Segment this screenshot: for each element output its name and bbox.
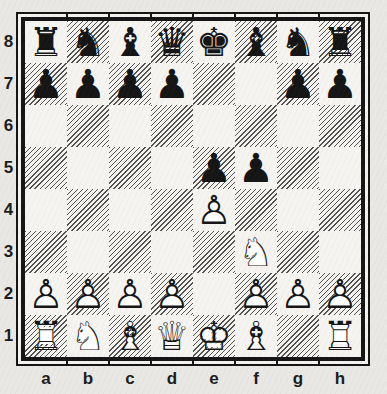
black-rook: ♜ <box>319 21 361 63</box>
page: { "game": "chess", "diagram_style": "sca… <box>0 0 387 394</box>
piece-outline: ♔ <box>196 313 232 359</box>
white-king: ♚♔ <box>193 315 235 357</box>
frame-tick <box>234 361 236 364</box>
frame-tick <box>66 14 68 17</box>
square-h1: ♜♖ <box>319 315 361 357</box>
square-c4 <box>109 189 151 231</box>
square-f5: ♟ <box>235 147 277 189</box>
board-grid: ♜♞♝♛♚♝♞♜♟♟♟♟♟♟♟♟♟♙♞♘♟♙♟♙♟♙♟♙♟♙♟♙♟♙♜♖♞♘♝♗… <box>21 17 365 361</box>
white-knight: ♞♘ <box>235 231 277 273</box>
square-a6 <box>25 105 67 147</box>
rank-label-5: 5 <box>0 147 17 189</box>
piece-outline: ♗ <box>112 313 148 359</box>
square-h2: ♟♙ <box>319 273 361 315</box>
piece-outline: ♙ <box>280 271 316 317</box>
frame-tick <box>150 361 152 364</box>
white-pawn: ♟♙ <box>319 273 361 315</box>
square-c3 <box>109 231 151 273</box>
white-knight: ♞♘ <box>67 315 109 357</box>
white-queen: ♛♕ <box>151 315 193 357</box>
frame-tick <box>108 14 110 17</box>
rank-label-6: 6 <box>0 105 17 147</box>
square-f6 <box>235 105 277 147</box>
square-g7: ♟ <box>277 63 319 105</box>
square-e5: ♟ <box>193 147 235 189</box>
square-h6 <box>319 105 361 147</box>
piece-outline: ♗ <box>238 313 274 359</box>
square-d6 <box>151 105 193 147</box>
frame-tick <box>108 361 110 364</box>
square-d7: ♟ <box>151 63 193 105</box>
white-pawn: ♟♙ <box>235 273 277 315</box>
black-pawn: ♟ <box>67 63 109 105</box>
piece-outline: ♘ <box>238 229 274 275</box>
square-c2: ♟♙ <box>109 273 151 315</box>
square-a4 <box>25 189 67 231</box>
file-label-a: a <box>25 369 67 389</box>
square-h7: ♟ <box>319 63 361 105</box>
square-f1: ♝♗ <box>235 315 277 357</box>
square-f8: ♝ <box>235 21 277 63</box>
piece-outline: ♙ <box>112 271 148 317</box>
frame-tick <box>276 361 278 364</box>
chess-board: ♜♞♝♛♚♝♞♜♟♟♟♟♟♟♟♟♟♙♞♘♟♙♟♙♟♙♟♙♟♙♟♙♟♙♜♖♞♘♝♗… <box>16 12 370 366</box>
frame-tick <box>318 14 320 17</box>
white-bishop: ♝♗ <box>109 315 151 357</box>
square-g3 <box>277 231 319 273</box>
square-b1: ♞♘ <box>67 315 109 357</box>
rank-label-7: 7 <box>0 63 17 105</box>
square-c7: ♟ <box>109 63 151 105</box>
square-b8: ♞ <box>67 21 109 63</box>
rank-label-4: 4 <box>0 189 17 231</box>
black-pawn: ♟ <box>277 63 319 105</box>
square-e2 <box>193 273 235 315</box>
square-e3 <box>193 231 235 273</box>
square-h3 <box>319 231 361 273</box>
piece-outline: ♙ <box>322 271 358 317</box>
file-labels: abcdefgh <box>25 369 361 389</box>
square-d5 <box>151 147 193 189</box>
white-bishop: ♝♗ <box>235 315 277 357</box>
rank-labels: 87654321 <box>0 21 17 357</box>
square-b5 <box>67 147 109 189</box>
square-d3 <box>151 231 193 273</box>
black-knight: ♞ <box>67 21 109 63</box>
square-f4 <box>235 189 277 231</box>
frame-tick <box>318 361 320 364</box>
square-g2: ♟♙ <box>277 273 319 315</box>
piece-outline: ♙ <box>238 271 274 317</box>
white-pawn: ♟♙ <box>277 273 319 315</box>
rank-label-1: 1 <box>0 315 17 357</box>
black-pawn: ♟ <box>319 63 361 105</box>
file-label-d: d <box>151 369 193 389</box>
black-knight: ♞ <box>277 21 319 63</box>
black-pawn: ♟ <box>235 147 277 189</box>
piece-outline: ♘ <box>70 313 106 359</box>
frame-tick <box>150 14 152 17</box>
piece-outline: ♙ <box>154 271 190 317</box>
square-f7 <box>235 63 277 105</box>
square-f3: ♞♘ <box>235 231 277 273</box>
black-bishop: ♝ <box>109 21 151 63</box>
square-g8: ♞ <box>277 21 319 63</box>
file-label-g: g <box>277 369 319 389</box>
piece-outline: ♙ <box>70 271 106 317</box>
white-pawn: ♟♙ <box>109 273 151 315</box>
square-c1: ♝♗ <box>109 315 151 357</box>
file-label-b: b <box>67 369 109 389</box>
square-e8: ♚ <box>193 21 235 63</box>
square-b2: ♟♙ <box>67 273 109 315</box>
piece-outline: ♖ <box>322 313 358 359</box>
square-b7: ♟ <box>67 63 109 105</box>
piece-outline: ♕ <box>154 313 190 359</box>
black-pawn: ♟ <box>109 63 151 105</box>
file-label-c: c <box>109 369 151 389</box>
square-h5 <box>319 147 361 189</box>
white-rook: ♜♖ <box>25 315 67 357</box>
square-g6 <box>277 105 319 147</box>
black-pawn: ♟ <box>193 147 235 189</box>
black-king: ♚ <box>193 21 235 63</box>
square-a1: ♜♖ <box>25 315 67 357</box>
rank-label-8: 8 <box>0 21 17 63</box>
black-rook: ♜ <box>25 21 67 63</box>
square-e6 <box>193 105 235 147</box>
frame-tick <box>66 361 68 364</box>
black-bishop: ♝ <box>235 21 277 63</box>
square-g4 <box>277 189 319 231</box>
square-e1: ♚♔ <box>193 315 235 357</box>
rank-label-2: 2 <box>0 273 17 315</box>
frame-tick <box>192 14 194 17</box>
file-label-h: h <box>319 369 361 389</box>
square-d8: ♛ <box>151 21 193 63</box>
piece-outline: ♖ <box>28 313 64 359</box>
square-h4 <box>319 189 361 231</box>
square-g5 <box>277 147 319 189</box>
square-b4 <box>67 189 109 231</box>
square-a7: ♟ <box>25 63 67 105</box>
square-a8: ♜ <box>25 21 67 63</box>
frame-tick <box>276 14 278 17</box>
white-pawn: ♟♙ <box>151 273 193 315</box>
square-b6 <box>67 105 109 147</box>
square-h8: ♜ <box>319 21 361 63</box>
rank-label-3: 3 <box>0 231 17 273</box>
square-a3 <box>25 231 67 273</box>
square-e4: ♟♙ <box>193 189 235 231</box>
square-c5 <box>109 147 151 189</box>
white-pawn: ♟♙ <box>193 189 235 231</box>
frame-tick <box>234 14 236 17</box>
white-pawn: ♟♙ <box>67 273 109 315</box>
square-e7 <box>193 63 235 105</box>
black-queen: ♛ <box>151 21 193 63</box>
square-c8: ♝ <box>109 21 151 63</box>
square-a2: ♟♙ <box>25 273 67 315</box>
file-label-e: e <box>193 369 235 389</box>
white-pawn: ♟♙ <box>25 273 67 315</box>
square-a5 <box>25 147 67 189</box>
square-g1 <box>277 315 319 357</box>
square-c6 <box>109 105 151 147</box>
black-pawn: ♟ <box>25 63 67 105</box>
piece-outline: ♙ <box>28 271 64 317</box>
square-d4 <box>151 189 193 231</box>
frame-tick <box>192 361 194 364</box>
square-d2: ♟♙ <box>151 273 193 315</box>
square-b3 <box>67 231 109 273</box>
square-f2: ♟♙ <box>235 273 277 315</box>
white-rook: ♜♖ <box>319 315 361 357</box>
square-d1: ♛♕ <box>151 315 193 357</box>
piece-outline: ♙ <box>196 187 232 233</box>
file-label-f: f <box>235 369 277 389</box>
black-pawn: ♟ <box>151 63 193 105</box>
